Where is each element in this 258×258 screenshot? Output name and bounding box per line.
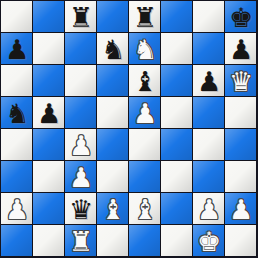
square-b7[interactable]	[33, 33, 65, 65]
square-e5[interactable]: ♟	[129, 97, 161, 129]
square-h6[interactable]: ♛	[225, 65, 257, 97]
square-g6[interactable]: ♟	[193, 65, 225, 97]
white-pawn[interactable]: ♟	[65, 161, 97, 193]
square-e7[interactable]: ♞	[129, 33, 161, 65]
square-c5[interactable]	[65, 97, 97, 129]
square-h7[interactable]: ♟	[225, 33, 257, 65]
square-f3[interactable]	[161, 161, 193, 193]
square-c8[interactable]: ♜	[65, 1, 97, 33]
white-pawn[interactable]: ♟	[65, 129, 97, 161]
square-c4[interactable]: ♟	[65, 129, 97, 161]
square-c3[interactable]: ♟	[65, 161, 97, 193]
white-king[interactable]: ♚	[193, 225, 225, 257]
square-e3[interactable]	[129, 161, 161, 193]
square-h3[interactable]	[225, 161, 257, 193]
white-knight[interactable]: ♞	[129, 33, 161, 65]
black-bishop[interactable]: ♝	[129, 65, 161, 97]
square-e4[interactable]	[129, 129, 161, 161]
square-e1[interactable]	[129, 225, 161, 257]
square-h8[interactable]: ♚	[225, 1, 257, 33]
square-h2[interactable]: ♟	[225, 193, 257, 225]
square-h1[interactable]	[225, 225, 257, 257]
black-queen[interactable]: ♛	[65, 193, 97, 225]
square-a5[interactable]: ♞	[1, 97, 33, 129]
square-g3[interactable]	[193, 161, 225, 193]
black-pawn[interactable]: ♟	[193, 65, 225, 97]
square-b5[interactable]: ♟	[33, 97, 65, 129]
square-d1[interactable]	[97, 225, 129, 257]
white-bishop[interactable]: ♝	[129, 193, 161, 225]
square-e6[interactable]: ♝	[129, 65, 161, 97]
black-knight[interactable]: ♞	[97, 33, 129, 65]
square-b3[interactable]	[33, 161, 65, 193]
square-d6[interactable]	[97, 65, 129, 97]
square-b4[interactable]	[33, 129, 65, 161]
square-d5[interactable]	[97, 97, 129, 129]
square-a7[interactable]: ♟	[1, 33, 33, 65]
square-c7[interactable]	[65, 33, 97, 65]
square-f7[interactable]	[161, 33, 193, 65]
square-b8[interactable]	[33, 1, 65, 33]
square-e2[interactable]: ♝	[129, 193, 161, 225]
square-h5[interactable]	[225, 97, 257, 129]
square-h4[interactable]	[225, 129, 257, 161]
black-pawn[interactable]: ♟	[33, 97, 65, 129]
white-pawn[interactable]: ♟	[129, 97, 161, 129]
square-d2[interactable]: ♝	[97, 193, 129, 225]
square-b2[interactable]	[33, 193, 65, 225]
white-pawn[interactable]: ♟	[225, 193, 257, 225]
square-b6[interactable]	[33, 65, 65, 97]
white-bishop[interactable]: ♝	[97, 193, 129, 225]
square-g2[interactable]: ♟	[193, 193, 225, 225]
square-f6[interactable]	[161, 65, 193, 97]
square-a6[interactable]	[1, 65, 33, 97]
black-pawn[interactable]: ♟	[1, 33, 33, 65]
black-rook[interactable]: ♜	[129, 1, 161, 33]
square-g5[interactable]	[193, 97, 225, 129]
square-f4[interactable]	[161, 129, 193, 161]
square-a4[interactable]	[1, 129, 33, 161]
square-f2[interactable]	[161, 193, 193, 225]
black-pawn[interactable]: ♟	[225, 33, 257, 65]
chess-board: ♜♜♚♟♞♞♟♝♟♛♞♟♟♟♟♟♛♝♝♟♟♜♚	[0, 0, 258, 258]
black-rook[interactable]: ♜	[65, 1, 97, 33]
square-c6[interactable]	[65, 65, 97, 97]
square-a2[interactable]: ♟	[1, 193, 33, 225]
square-g1[interactable]: ♚	[193, 225, 225, 257]
square-e8[interactable]: ♜	[129, 1, 161, 33]
white-pawn[interactable]: ♟	[193, 193, 225, 225]
square-d8[interactable]	[97, 1, 129, 33]
square-c1[interactable]: ♜	[65, 225, 97, 257]
square-a8[interactable]	[1, 1, 33, 33]
square-a1[interactable]	[1, 225, 33, 257]
square-c2[interactable]: ♛	[65, 193, 97, 225]
square-d4[interactable]	[97, 129, 129, 161]
square-d3[interactable]	[97, 161, 129, 193]
square-g4[interactable]	[193, 129, 225, 161]
white-pawn[interactable]: ♟	[1, 193, 33, 225]
white-rook[interactable]: ♜	[65, 225, 97, 257]
square-a3[interactable]	[1, 161, 33, 193]
square-d7[interactable]: ♞	[97, 33, 129, 65]
black-knight[interactable]: ♞	[1, 97, 33, 129]
square-f5[interactable]	[161, 97, 193, 129]
square-f1[interactable]	[161, 225, 193, 257]
white-queen[interactable]: ♛	[225, 65, 257, 97]
square-b1[interactable]	[33, 225, 65, 257]
square-g8[interactable]	[193, 1, 225, 33]
square-g7[interactable]	[193, 33, 225, 65]
black-king[interactable]: ♚	[225, 1, 257, 33]
square-f8[interactable]	[161, 1, 193, 33]
